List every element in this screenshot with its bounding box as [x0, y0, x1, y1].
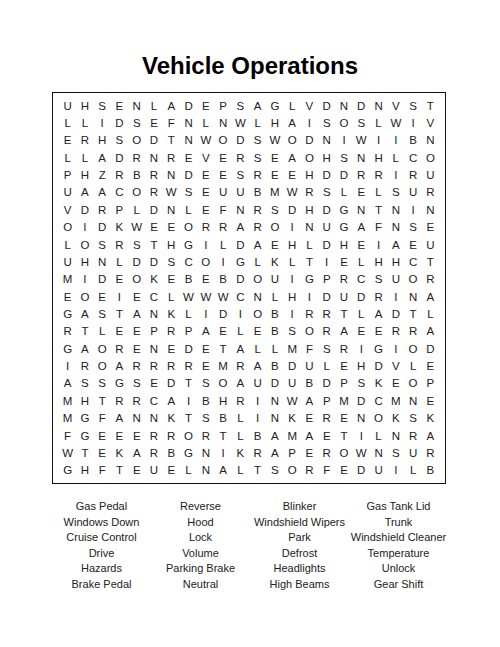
grid-cell-r10c18: L [353, 253, 370, 270]
grid-cell-r19c5: N [128, 410, 145, 427]
grid-cell-r16c4: A [111, 357, 128, 374]
grid-cell-r11c10: B [214, 271, 231, 288]
grid-cell-r12c22: A [422, 288, 439, 305]
grid-cell-r10c20: H [387, 253, 404, 270]
grid-cell-r7c15: H [301, 201, 318, 218]
grid-cell-r11c15: G [301, 271, 318, 288]
grid-cell-r4c15: O [301, 149, 318, 166]
grid-cell-r19c9: S [197, 410, 214, 427]
grid-cell-r20c12: B [249, 427, 266, 444]
grid-cell-r3c18: W [353, 132, 370, 149]
grid-cell-r22c20: I [387, 462, 404, 479]
grid-cell-r16c10: M [214, 357, 231, 374]
grid-cell-r14c1: R [59, 323, 76, 340]
worksheet-page: Vehicle Operations UHSENLADEPSAGLVDNDNVS… [0, 0, 500, 647]
grid-cell-r4c8: E [180, 149, 197, 166]
grid-cell-r13c22: L [422, 305, 439, 322]
grid-cell-r5c4: R [111, 166, 128, 183]
grid-cell-r20c16: E [318, 427, 335, 444]
grid-cell-r5c7: N [163, 166, 180, 183]
grid-cell-r5c14: E [284, 166, 301, 183]
grid-cell-r10c10: I [214, 253, 231, 270]
grid-cell-r5c15: H [301, 166, 318, 183]
grid-cell-r14c8: P [180, 323, 197, 340]
grid-cell-r1c5: N [128, 97, 145, 114]
grid-cell-r7c16: D [318, 201, 335, 218]
grid-cell-r1c22: T [422, 97, 439, 114]
grid-cell-r18c1: M [59, 392, 76, 409]
grid-cell-r11c1: M [59, 271, 76, 288]
grid-cell-r3c16: N [318, 132, 335, 149]
grid-cell-r3c11: D [232, 132, 249, 149]
grid-cell-r20c5: E [128, 427, 145, 444]
grid-cell-r17c8: T [180, 375, 197, 392]
grid-cell-r16c18: H [353, 357, 370, 374]
grid-cell-r19c4: A [111, 410, 128, 427]
grid-cell-r8c16: U [318, 219, 335, 236]
grid-cell-r18c20: M [387, 392, 404, 409]
grid-cell-r17c15: B [301, 375, 318, 392]
letter-grid: UHSENLADEPSAGLVDNDNVSTLLIDSEFNLNWLHAISOS… [53, 93, 445, 483]
grid-cell-r8c22: E [422, 219, 439, 236]
grid-cell-r8c18: A [353, 219, 370, 236]
grid-cell-r16c7: R [163, 357, 180, 374]
grid-cell-r7c5: L [128, 201, 145, 218]
grid-cell-r20c3: E [94, 427, 111, 444]
grid-cell-r18c9: B [197, 392, 214, 409]
grid-cell-r13c10: D [214, 305, 231, 322]
grid-cell-r3c19: I [370, 132, 387, 149]
grid-cell-r5c22: U [422, 166, 439, 183]
grid-cell-r18c8: I [180, 392, 197, 409]
grid-cell-r20c6: R [145, 427, 162, 444]
grid-cell-r15c22: D [422, 340, 439, 357]
grid-cell-r15c19: G [370, 340, 387, 357]
grid-cell-r15c15: F [301, 340, 318, 357]
grid-cell-r3c12: S [249, 132, 266, 149]
grid-cell-r12c5: E [128, 288, 145, 305]
grid-cell-r19c16: R [318, 410, 335, 427]
grid-cell-r12c20: I [387, 288, 404, 305]
word-item: High Beams [250, 577, 349, 593]
grid-cell-r21c14: P [284, 444, 301, 461]
grid-cell-r2c10: N [214, 114, 231, 131]
grid-cell-r19c7: K [163, 410, 180, 427]
grid-cell-r14c11: L [232, 323, 249, 340]
grid-cell-r6c7: W [163, 184, 180, 201]
grid-cell-r11c11: D [232, 271, 249, 288]
grid-cell-r21c7: B [163, 444, 180, 461]
grid-cell-r3c6: D [145, 132, 162, 149]
grid-cell-r18c11: R [232, 392, 249, 409]
grid-cell-r11c8: B [180, 271, 197, 288]
grid-cell-r19c2: G [76, 410, 93, 427]
grid-cell-r13c8: L [180, 305, 197, 322]
grid-cell-r11c21: O [404, 271, 421, 288]
grid-cell-r16c2: R [76, 357, 93, 374]
grid-cell-r15c12: L [249, 340, 266, 357]
grid-cell-r18c15: A [301, 392, 318, 409]
grid-cell-r22c4: T [111, 462, 128, 479]
grid-cell-r17c6: E [145, 375, 162, 392]
grid-cell-r14c2: T [76, 323, 93, 340]
grid-cell-r1c11: S [232, 97, 249, 114]
grid-cell-r7c19: T [370, 201, 387, 218]
grid-cell-r18c21: N [404, 392, 421, 409]
grid-cell-r1c7: A [163, 97, 180, 114]
grid-cell-r15c11: A [232, 340, 249, 357]
grid-cell-r21c1: W [59, 444, 76, 461]
grid-cell-r6c22: R [422, 184, 439, 201]
grid-cell-r19c1: M [59, 410, 76, 427]
grid-cell-r17c10: O [214, 375, 231, 392]
grid-cell-r19c18: N [353, 410, 370, 427]
grid-cell-r22c6: U [145, 462, 162, 479]
grid-cell-r12c1: E [59, 288, 76, 305]
grid-cell-r17c19: K [370, 375, 387, 392]
grid-cell-r6c18: E [353, 184, 370, 201]
grid-cell-r13c9: I [197, 305, 214, 322]
grid-cell-r15c16: S [318, 340, 335, 357]
grid-cell-r15c7: E [163, 340, 180, 357]
grid-cell-r2c13: H [266, 114, 283, 131]
grid-cell-r9c10: L [214, 236, 231, 253]
grid-cell-r22c2: H [76, 462, 93, 479]
grid-cell-r5c10: E [214, 166, 231, 183]
grid-cell-r15c21: O [404, 340, 421, 357]
grid-cell-r20c19: L [370, 427, 387, 444]
grid-cell-r20c2: G [76, 427, 93, 444]
grid-cell-r13c15: R [301, 305, 318, 322]
grid-cell-r10c2: H [76, 253, 93, 270]
grid-cell-r11c14: I [284, 271, 301, 288]
grid-cell-r22c19: U [370, 462, 387, 479]
grid-cell-r22c12: T [249, 462, 266, 479]
grid-cell-r16c19: D [370, 357, 387, 374]
grid-cell-r6c3: A [94, 184, 111, 201]
grid-cell-r21c15: E [301, 444, 318, 461]
grid-cell-r8c3: D [94, 219, 111, 236]
grid-cell-r9c2: O [76, 236, 93, 253]
grid-cell-r11c2: I [76, 271, 93, 288]
grid-cell-r17c3: S [94, 375, 111, 392]
grid-cell-r4c14: A [284, 149, 301, 166]
grid-cell-r6c6: R [145, 184, 162, 201]
grid-cell-r14c5: E [128, 323, 145, 340]
grid-cell-r6c4: C [111, 184, 128, 201]
grid-cell-r7c21: I [404, 201, 421, 218]
grid-cell-r13c19: A [370, 305, 387, 322]
word-item: Hazards [52, 561, 151, 577]
grid-cell-r5c5: B [128, 166, 145, 183]
grid-cell-r3c17: I [335, 132, 352, 149]
grid-cell-r14c10: E [214, 323, 231, 340]
grid-cell-r1c13: G [266, 97, 283, 114]
grid-cell-r9c15: L [301, 236, 318, 253]
grid-cell-r16c3: O [94, 357, 111, 374]
grid-cell-r12c14: H [284, 288, 301, 305]
grid-cell-r17c12: U [249, 375, 266, 392]
grid-cell-r1c8: D [180, 97, 197, 114]
grid-cell-r8c17: G [335, 219, 352, 236]
grid-cell-r10c1: U [59, 253, 76, 270]
grid-cell-r22c7: E [163, 462, 180, 479]
grid-cell-r3c14: O [284, 132, 301, 149]
grid-cell-r10c8: C [180, 253, 197, 270]
grid-cell-r10c4: L [111, 253, 128, 270]
grid-cell-r2c2: L [76, 114, 93, 131]
grid-cell-r21c11: K [232, 444, 249, 461]
grid-cell-r22c14: O [284, 462, 301, 479]
grid-cell-r21c8: G [180, 444, 197, 461]
grid-cell-r3c20: I [387, 132, 404, 149]
grid-cell-r22c8: L [180, 462, 197, 479]
word-item: Unlock [349, 561, 448, 577]
grid-cell-r17c9: S [197, 375, 214, 392]
grid-cell-r15c14: M [284, 340, 301, 357]
grid-cell-r18c6: C [145, 392, 162, 409]
grid-cell-r16c6: R [145, 357, 162, 374]
grid-cell-r19c20: K [387, 410, 404, 427]
word-item: Gas Pedal [52, 499, 151, 515]
grid-cell-r14c9: A [197, 323, 214, 340]
grid-cell-r12c4: I [111, 288, 128, 305]
grid-cell-r10c15: T [301, 253, 318, 270]
grid-cell-r18c4: R [111, 392, 128, 409]
grid-cell-r19c10: B [214, 410, 231, 427]
grid-cell-r19c15: E [301, 410, 318, 427]
grid-cell-r21c22: R [422, 444, 439, 461]
grid-cell-r3c8: N [180, 132, 197, 149]
grid-cell-r15c17: R [335, 340, 352, 357]
grid-cell-r20c4: E [111, 427, 128, 444]
grid-cell-r14c14: S [284, 323, 301, 340]
grid-cell-r2c20: W [387, 114, 404, 131]
word-item: Gear Shift [349, 577, 448, 593]
grid-cell-r12c2: O [76, 288, 93, 305]
grid-cell-r11c20: U [387, 271, 404, 288]
grid-cell-r22c18: D [353, 462, 370, 479]
grid-cell-r5c20: I [387, 166, 404, 183]
grid-cell-r10c5: D [128, 253, 145, 270]
grid-cell-r10c22: T [422, 253, 439, 270]
grid-cell-r14c17: A [335, 323, 352, 340]
grid-cell-r14c15: O [301, 323, 318, 340]
grid-cell-r4c11: R [232, 149, 249, 166]
grid-cell-r2c3: I [94, 114, 111, 131]
grid-cell-r2c6: E [145, 114, 162, 131]
grid-cell-r14c13: B [266, 323, 283, 340]
grid-cell-r8c21: S [404, 219, 421, 236]
grid-cell-r10c14: L [284, 253, 301, 270]
grid-cell-r21c10: I [214, 444, 231, 461]
grid-cell-r10c11: G [232, 253, 249, 270]
grid-cell-r2c12: L [249, 114, 266, 131]
grid-cell-r20c14: M [284, 427, 301, 444]
grid-cell-r12c18: D [353, 288, 370, 305]
grid-cell-r12c17: U [335, 288, 352, 305]
grid-cell-r14c4: E [111, 323, 128, 340]
grid-cell-r21c4: K [111, 444, 128, 461]
grid-cell-r6c20: S [387, 184, 404, 201]
grid-cell-r9c9: I [197, 236, 214, 253]
word-item: Lock [151, 530, 250, 546]
grid-cell-r13c4: T [111, 305, 128, 322]
grid-cell-r1c12: A [249, 97, 266, 114]
grid-cell-r11c22: R [422, 271, 439, 288]
grid-cell-r13c14: I [284, 305, 301, 322]
grid-cell-r13c20: D [387, 305, 404, 322]
grid-cell-r16c22: E [422, 357, 439, 374]
word-list: Gas PedalWindows DownCruise ControlDrive… [52, 499, 448, 593]
grid-cell-r3c10: O [214, 132, 231, 149]
grid-cell-r5c6: R [145, 166, 162, 183]
grid-cell-r18c7: A [163, 392, 180, 409]
grid-cell-r17c16: D [318, 375, 335, 392]
grid-cell-r18c13: N [266, 392, 283, 409]
grid-cell-r19c12: I [249, 410, 266, 427]
grid-cell-r21c19: N [370, 444, 387, 461]
grid-cell-r19c6: N [145, 410, 162, 427]
word-item: Brake Pedal [52, 577, 151, 593]
grid-cell-r3c1: E [59, 132, 76, 149]
grid-cell-r13c7: K [163, 305, 180, 322]
grid-cell-r5c3: Z [94, 166, 111, 183]
grid-cell-r17c13: D [266, 375, 283, 392]
grid-cell-r12c19: R [370, 288, 387, 305]
grid-cell-r3c13: W [266, 132, 283, 149]
grid-cell-r2c19: L [370, 114, 387, 131]
grid-cell-r19c3: F [94, 410, 111, 427]
grid-cell-r9c17: H [335, 236, 352, 253]
grid-cell-r7c17: G [335, 201, 352, 218]
grid-cell-r7c22: N [422, 201, 439, 218]
grid-cell-r18c19: C [370, 392, 387, 409]
grid-cell-r11c3: D [94, 271, 111, 288]
grid-cell-r1c19: N [370, 97, 387, 114]
grid-cell-r6c16: S [318, 184, 335, 201]
grid-cell-r2c17: O [335, 114, 352, 131]
grid-cell-r22c13: S [266, 462, 283, 479]
grid-cell-r17c17: P [335, 375, 352, 392]
word-item: Defrost [250, 546, 349, 562]
grid-cell-r12c9: W [197, 288, 214, 305]
grid-cell-r18c22: E [422, 392, 439, 409]
grid-cell-r20c8: O [180, 427, 197, 444]
grid-cell-r21c3: E [94, 444, 111, 461]
grid-cell-r20c22: A [422, 427, 439, 444]
grid-cell-r9c1: L [59, 236, 76, 253]
grid-cell-r17c21: O [404, 375, 421, 392]
grid-cell-r16c14: D [284, 357, 301, 374]
puzzle-title: Vehicle Operations [0, 52, 500, 80]
grid-cell-r8c9: R [197, 219, 214, 236]
grid-cell-r11c13: U [266, 271, 283, 288]
grid-cell-r3c3: H [94, 132, 111, 149]
grid-cell-r19c21: S [404, 410, 421, 427]
grid-cell-r2c5: S [128, 114, 145, 131]
grid-cell-r6c14: W [284, 184, 301, 201]
grid-cell-r12c13: L [266, 288, 283, 305]
grid-cell-r16c21: L [404, 357, 421, 374]
word-item: Park [250, 530, 349, 546]
grid-cell-r8c7: E [163, 219, 180, 236]
grid-cell-r17c20: E [387, 375, 404, 392]
grid-cell-r9c20: A [387, 236, 404, 253]
grid-cell-r17c2: S [76, 375, 93, 392]
grid-cell-r19c22: K [422, 410, 439, 427]
grid-cell-r18c16: P [318, 392, 335, 409]
grid-cell-r10c6: D [145, 253, 162, 270]
grid-cell-r18c18: D [353, 392, 370, 409]
grid-cell-r6c11: U [232, 184, 249, 201]
word-item: Gas Tank Lid [349, 499, 448, 515]
grid-cell-r7c3: R [94, 201, 111, 218]
grid-cell-r22c5: E [128, 462, 145, 479]
grid-cell-r1c3: S [94, 97, 111, 114]
grid-cell-r19c14: K [284, 410, 301, 427]
grid-cell-r9c21: E [404, 236, 421, 253]
grid-cell-r22c21: L [404, 462, 421, 479]
grid-cell-r8c15: N [301, 219, 318, 236]
grid-cell-r13c12: O [249, 305, 266, 322]
grid-cell-r12c16: D [318, 288, 335, 305]
grid-cell-r14c20: R [387, 323, 404, 340]
grid-cell-r11c7: E [163, 271, 180, 288]
grid-cell-r18c17: M [335, 392, 352, 409]
grid-cell-r21c13: A [266, 444, 283, 461]
grid-cell-r6c1: U [59, 184, 76, 201]
grid-cell-r11c16: P [318, 271, 335, 288]
grid-cell-r4c20: L [387, 149, 404, 166]
grid-cell-r22c9: N [197, 462, 214, 479]
grid-cell-r2c14: A [284, 114, 301, 131]
grid-cell-r14c18: E [353, 323, 370, 340]
grid-cell-r8c19: F [370, 219, 387, 236]
grid-cell-r3c15: D [301, 132, 318, 149]
grid-cell-r8c1: O [59, 219, 76, 236]
grid-cell-r3c5: O [128, 132, 145, 149]
grid-cell-r9c18: E [353, 236, 370, 253]
grid-cell-r18c2: H [76, 392, 93, 409]
grid-cell-r22c15: R [301, 462, 318, 479]
grid-cell-r4c3: A [94, 149, 111, 166]
grid-cell-r6c12: B [249, 184, 266, 201]
grid-cell-r15c8: D [180, 340, 197, 357]
grid-cell-r16c17: E [335, 357, 352, 374]
grid-cell-r5c17: D [335, 166, 352, 183]
grid-cell-r3c9: W [197, 132, 214, 149]
grid-cell-r15c3: O [94, 340, 111, 357]
grid-cell-r19c8: T [180, 410, 197, 427]
grid-cell-r7c4: P [111, 201, 128, 218]
grid-cell-r4c7: R [163, 149, 180, 166]
grid-cell-r5c13: E [266, 166, 283, 183]
word-item: Headlights [250, 561, 349, 577]
grid-cell-r1c14: L [284, 97, 301, 114]
grid-cell-r14c7: R [163, 323, 180, 340]
grid-cell-r13c5: A [128, 305, 145, 322]
grid-cell-r2c9: L [197, 114, 214, 131]
grid-cell-r7c10: F [214, 201, 231, 218]
grid-cell-r16c5: R [128, 357, 145, 374]
grid-cell-r1c17: N [335, 97, 352, 114]
grid-cell-r6c8: S [180, 184, 197, 201]
grid-cell-r13c21: T [404, 305, 421, 322]
grid-cell-r13c13: B [266, 305, 283, 322]
grid-cell-r12c10: W [214, 288, 231, 305]
word-item: Trunk [349, 515, 448, 531]
